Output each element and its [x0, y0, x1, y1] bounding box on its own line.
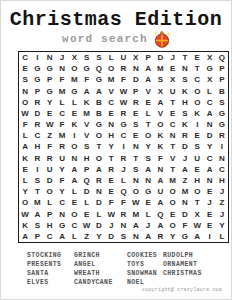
- letter-cell[interactable]: C: [31, 130, 43, 141]
- letter-cell[interactable]: P: [142, 52, 154, 63]
- letter-cell[interactable]: R: [154, 231, 166, 242]
- letter-cell[interactable]: O: [167, 220, 179, 231]
- letter-cell[interactable]: L: [68, 97, 80, 108]
- letter-cell[interactable]: S: [216, 97, 228, 108]
- letter-cell[interactable]: T: [179, 52, 191, 63]
- letter-cell[interactable]: E: [68, 197, 80, 208]
- letter-cell[interactable]: F: [56, 74, 68, 85]
- letter-cell[interactable]: C: [68, 220, 80, 231]
- letter-cell[interactable]: L: [68, 231, 80, 242]
- letter-cell[interactable]: N: [130, 175, 142, 186]
- letter-cell[interactable]: E: [105, 186, 117, 197]
- letter-cell[interactable]: W: [117, 86, 129, 97]
- letter-cell[interactable]: W: [130, 197, 142, 208]
- letter-cell[interactable]: X: [203, 74, 215, 85]
- letter-cell[interactable]: T: [167, 164, 179, 175]
- letter-cell[interactable]: O: [154, 119, 166, 130]
- letter-cell[interactable]: A: [154, 97, 166, 108]
- letter-cell[interactable]: E: [167, 63, 179, 74]
- letter-cell[interactable]: F: [80, 74, 92, 85]
- letter-cell[interactable]: T: [105, 153, 117, 164]
- letter-cell[interactable]: S: [93, 52, 105, 63]
- letter-cell[interactable]: S: [179, 108, 191, 119]
- letter-cell[interactable]: U: [191, 153, 203, 164]
- letter-cell[interactable]: V: [142, 86, 154, 97]
- letter-cell[interactable]: G: [93, 74, 105, 85]
- letter-cell[interactable]: F: [117, 74, 129, 85]
- letter-cell[interactable]: Y: [56, 164, 68, 175]
- letter-cell[interactable]: Q: [80, 175, 92, 186]
- letter-cell[interactable]: A: [142, 63, 154, 74]
- letter-cell[interactable]: A: [68, 175, 80, 186]
- letter-cell[interactable]: C: [117, 130, 129, 141]
- letter-cell[interactable]: N: [154, 164, 166, 175]
- letter-cell[interactable]: G: [44, 63, 56, 74]
- letter-cell[interactable]: Q: [154, 208, 166, 219]
- letter-cell[interactable]: S: [117, 231, 129, 242]
- letter-cell[interactable]: E: [167, 108, 179, 119]
- letter-cell[interactable]: A: [56, 231, 68, 242]
- letter-cell[interactable]: N: [68, 153, 80, 164]
- letter-cell[interactable]: R: [56, 141, 68, 152]
- letter-cell[interactable]: T: [142, 119, 154, 130]
- letter-cell[interactable]: J: [167, 52, 179, 63]
- letter-cell[interactable]: V: [167, 153, 179, 164]
- letter-cell[interactable]: U: [117, 52, 129, 63]
- letter-cell[interactable]: J: [203, 197, 215, 208]
- letter-cell[interactable]: O: [93, 130, 105, 141]
- letter-cell[interactable]: N: [130, 141, 142, 152]
- letter-cell[interactable]: P: [216, 63, 228, 74]
- letter-cell[interactable]: G: [31, 74, 43, 85]
- letter-cell[interactable]: T: [93, 141, 105, 152]
- letter-cell[interactable]: F: [19, 119, 31, 130]
- letter-cell[interactable]: R: [216, 130, 228, 141]
- letter-cell[interactable]: S: [179, 74, 191, 85]
- letter-cell[interactable]: H: [44, 220, 56, 231]
- letter-cell[interactable]: V: [154, 108, 166, 119]
- letter-cell[interactable]: R: [117, 153, 129, 164]
- letter-cell[interactable]: I: [203, 231, 215, 242]
- letter-cell[interactable]: H: [31, 141, 43, 152]
- letter-cell[interactable]: D: [179, 208, 191, 219]
- letter-cell[interactable]: A: [142, 74, 154, 85]
- letter-cell[interactable]: Q: [117, 186, 129, 197]
- letter-cell[interactable]: N: [179, 63, 191, 74]
- letter-cell[interactable]: F: [179, 220, 191, 231]
- letter-cell[interactable]: S: [31, 220, 43, 231]
- letter-cell[interactable]: F: [154, 153, 166, 164]
- letter-cell[interactable]: Q: [93, 63, 105, 74]
- letter-cell[interactable]: Z: [44, 130, 56, 141]
- ornament-icon: [154, 30, 170, 48]
- letter-cell[interactable]: T: [191, 197, 203, 208]
- letter-cell[interactable]: E: [191, 130, 203, 141]
- letter-cell[interactable]: J: [142, 220, 154, 231]
- letter-cell[interactable]: T: [167, 141, 179, 152]
- letter-cell[interactable]: E: [130, 130, 142, 141]
- letter-cell[interactable]: A: [154, 175, 166, 186]
- letter-cell[interactable]: I: [31, 164, 43, 175]
- letter-cell[interactable]: R: [31, 97, 43, 108]
- word-list-item: CANDYCANE: [74, 278, 113, 287]
- letter-cell[interactable]: S: [80, 141, 92, 152]
- letter-cell[interactable]: R: [130, 97, 142, 108]
- letter-cell[interactable]: I: [117, 141, 129, 152]
- letter-cell[interactable]: O: [68, 63, 80, 74]
- letter-cell[interactable]: H: [216, 175, 228, 186]
- letter-cell[interactable]: O: [93, 153, 105, 164]
- letter-cell[interactable]: E: [203, 186, 215, 197]
- letter-cell[interactable]: W: [191, 220, 203, 231]
- letter-cell[interactable]: Z: [216, 197, 228, 208]
- letter-cell[interactable]: E: [191, 164, 203, 175]
- letter-cell[interactable]: C: [216, 164, 228, 175]
- letter-cell[interactable]: I: [31, 52, 43, 63]
- letter-cell[interactable]: O: [167, 197, 179, 208]
- letter-cell[interactable]: R: [31, 119, 43, 130]
- letter-cell[interactable]: W: [19, 208, 31, 219]
- letter-cell[interactable]: K: [80, 97, 92, 108]
- letter-cell[interactable]: N: [216, 153, 228, 164]
- letter-cell[interactable]: E: [19, 63, 31, 74]
- letter-cell[interactable]: N: [130, 231, 142, 242]
- letter-cell[interactable]: R: [105, 164, 117, 175]
- letter-cell[interactable]: C: [56, 197, 68, 208]
- letter-cell[interactable]: D: [80, 186, 92, 197]
- letter-cell[interactable]: O: [19, 197, 31, 208]
- letter-cell[interactable]: E: [191, 52, 203, 63]
- letter-cell[interactable]: G: [80, 63, 92, 74]
- letter-cell[interactable]: U: [56, 153, 68, 164]
- letter-cell[interactable]: H: [80, 153, 92, 164]
- letter-cell[interactable]: L: [19, 130, 31, 141]
- letter-cell[interactable]: X: [167, 74, 179, 85]
- letter-cell[interactable]: G: [31, 63, 43, 74]
- letter-cell[interactable]: O: [191, 86, 203, 97]
- letter-cell[interactable]: P: [80, 164, 92, 175]
- letter-cell[interactable]: M: [31, 197, 43, 208]
- letter-cell[interactable]: N: [93, 186, 105, 197]
- letter-cell[interactable]: J: [105, 220, 117, 231]
- letter-cell[interactable]: E: [105, 108, 117, 119]
- letter-grid[interactable]: CINJXSSLUXPDJTEXQEGGNOGQORNAMENTGPSGPFMF…: [18, 51, 229, 243]
- letter-cell[interactable]: D: [203, 130, 215, 141]
- letter-cell[interactable]: P: [130, 86, 142, 97]
- letter-cell[interactable]: N: [203, 175, 215, 186]
- letter-cell[interactable]: N: [203, 119, 215, 130]
- word-list-column: STOCKINGPRESENTSSANTAELVES: [27, 251, 61, 287]
- letter-cell[interactable]: N: [19, 86, 31, 97]
- letter-cell[interactable]: N: [105, 119, 117, 130]
- letter-cell[interactable]: L: [117, 175, 129, 186]
- letter-cell[interactable]: A: [68, 164, 80, 175]
- letter-cell[interactable]: C: [203, 97, 215, 108]
- letter-cell[interactable]: V: [80, 119, 92, 130]
- letter-cell[interactable]: A: [93, 86, 105, 97]
- letter-cell[interactable]: X: [203, 52, 215, 63]
- letter-cell[interactable]: G: [117, 119, 129, 130]
- word-list-item: GRINCH: [74, 251, 113, 260]
- letter-cell[interactable]: M: [56, 130, 68, 141]
- letter-cell[interactable]: E: [142, 97, 154, 108]
- letter-cell[interactable]: J: [117, 164, 129, 175]
- letter-cell[interactable]: I: [216, 141, 228, 152]
- letter-cell[interactable]: A: [203, 164, 215, 175]
- letter-cell[interactable]: P: [44, 208, 56, 219]
- word-list-item: ORNAMENT: [163, 260, 202, 269]
- letter-cell[interactable]: L: [93, 208, 105, 219]
- letter-cell[interactable]: T: [31, 186, 43, 197]
- letter-cell[interactable]: E: [142, 197, 154, 208]
- letter-cell[interactable]: F: [117, 197, 129, 208]
- letter-cell[interactable]: D: [93, 197, 105, 208]
- letter-cell[interactable]: O: [167, 186, 179, 197]
- letter-cell[interactable]: G: [93, 119, 105, 130]
- letter-cell[interactable]: N: [56, 208, 68, 219]
- letter-cell[interactable]: V: [105, 86, 117, 97]
- letter-cell[interactable]: M: [105, 74, 117, 85]
- letter-cell[interactable]: O: [191, 186, 203, 197]
- letter-cell[interactable]: A: [154, 197, 166, 208]
- letter-cell[interactable]: G: [216, 108, 228, 119]
- letter-cell[interactable]: G: [216, 119, 228, 130]
- letter-cell[interactable]: N: [179, 197, 191, 208]
- letter-cell[interactable]: W: [44, 119, 56, 130]
- letter-cell[interactable]: E: [19, 164, 31, 175]
- letter-cell[interactable]: E: [44, 108, 56, 119]
- letter-cell[interactable]: E: [105, 175, 117, 186]
- letter-cell[interactable]: S: [31, 175, 43, 186]
- letter-cell[interactable]: R: [31, 153, 43, 164]
- letter-cell[interactable]: N: [142, 175, 154, 186]
- letter-cell[interactable]: A: [154, 220, 166, 231]
- letter-cell[interactable]: X: [130, 52, 142, 63]
- letter-cell[interactable]: C: [19, 52, 31, 63]
- letter-cell[interactable]: D: [93, 220, 105, 231]
- letter-cell[interactable]: Y: [93, 231, 105, 242]
- letter-cell[interactable]: K: [179, 86, 191, 97]
- letter-cell[interactable]: C: [56, 108, 68, 119]
- puzzle-page: Christmas Edition word search CINJXSSLUX…: [0, 0, 232, 300]
- letter-cell[interactable]: X: [191, 208, 203, 219]
- letter-cell[interactable]: S: [130, 164, 142, 175]
- letter-cell[interactable]: Y: [105, 141, 117, 152]
- letter-cell[interactable]: G: [68, 86, 80, 97]
- letter-cell[interactable]: R: [117, 108, 129, 119]
- letter-cell[interactable]: E: [203, 208, 215, 219]
- letter-cell[interactable]: N: [117, 220, 129, 231]
- letter-cell[interactable]: F: [56, 119, 68, 130]
- letter-cell[interactable]: R: [93, 175, 105, 186]
- letter-cell[interactable]: E: [68, 108, 80, 119]
- letter-cell[interactable]: P: [31, 231, 43, 242]
- letter-cell[interactable]: G: [142, 186, 154, 197]
- letter-cell[interactable]: C: [203, 153, 215, 164]
- letter-cell[interactable]: A: [31, 208, 43, 219]
- letter-cell[interactable]: F: [44, 141, 56, 152]
- letter-cell[interactable]: L: [216, 231, 228, 242]
- letter-cell[interactable]: A: [19, 141, 31, 152]
- word-list-item: SANTA: [27, 269, 61, 278]
- letter-cell[interactable]: O: [68, 141, 80, 152]
- letter-cell[interactable]: T: [130, 153, 142, 164]
- letter-cell[interactable]: L: [142, 108, 154, 119]
- letter-cell[interactable]: D: [105, 231, 117, 242]
- letter-cell[interactable]: P: [44, 74, 56, 85]
- letter-cell[interactable]: M: [56, 86, 68, 97]
- letter-cell[interactable]: B: [216, 86, 228, 97]
- letter-cell[interactable]: G: [56, 220, 68, 231]
- letter-cell[interactable]: M: [80, 108, 92, 119]
- letter-cell[interactable]: K: [191, 108, 203, 119]
- letter-cell[interactable]: K: [19, 220, 31, 231]
- letter-cell[interactable]: D: [130, 74, 142, 85]
- letter-cell[interactable]: W: [19, 108, 31, 119]
- letter-cell[interactable]: K: [154, 141, 166, 152]
- letter-cell[interactable]: D: [44, 175, 56, 186]
- letter-cell[interactable]: K: [19, 153, 31, 164]
- letter-cell[interactable]: K: [68, 119, 80, 130]
- letter-cell[interactable]: P: [31, 86, 43, 97]
- letter-cell[interactable]: S: [142, 153, 154, 164]
- letter-cell[interactable]: Q: [216, 52, 228, 63]
- letter-cell[interactable]: L: [142, 208, 154, 219]
- letter-cell[interactable]: N: [167, 130, 179, 141]
- letter-cell[interactable]: E: [80, 208, 92, 219]
- letter-cell[interactable]: A: [130, 220, 142, 231]
- letter-cell[interactable]: L: [105, 52, 117, 63]
- letter-cell[interactable]: K: [179, 119, 191, 130]
- letter-cell[interactable]: S: [19, 74, 31, 85]
- copyright-text: copyright@ crazylaura com: [142, 287, 222, 293]
- letter-cell[interactable]: C: [44, 231, 56, 242]
- letter-cell[interactable]: N: [44, 52, 56, 63]
- letter-cell[interactable]: D: [31, 108, 43, 119]
- letter-cell[interactable]: M: [179, 186, 191, 197]
- letter-cell[interactable]: G: [203, 63, 215, 74]
- letter-cell[interactable]: A: [179, 164, 191, 175]
- letter-cell[interactable]: I: [191, 119, 203, 130]
- letter-cell[interactable]: J: [179, 153, 191, 164]
- letter-cell[interactable]: Y: [142, 141, 154, 152]
- letter-cell[interactable]: Y: [167, 231, 179, 242]
- letter-cell[interactable]: R: [44, 153, 56, 164]
- letter-cell[interactable]: L: [68, 186, 80, 197]
- letter-cell[interactable]: M: [68, 74, 80, 85]
- letter-cell[interactable]: L: [80, 197, 92, 208]
- letter-cell[interactable]: E: [203, 220, 215, 231]
- letter-cell[interactable]: L: [56, 97, 68, 108]
- letter-cell[interactable]: D: [154, 52, 166, 63]
- letter-cell[interactable]: D: [179, 141, 191, 152]
- letter-cell[interactable]: O: [191, 97, 203, 108]
- letter-cell[interactable]: J: [56, 52, 68, 63]
- letter-cell[interactable]: E: [167, 208, 179, 219]
- letter-cell[interactable]: X: [154, 86, 166, 97]
- letter-cell[interactable]: Y: [56, 186, 68, 197]
- letter-cell[interactable]: T: [167, 97, 179, 108]
- letter-cell[interactable]: L: [44, 197, 56, 208]
- letter-cell[interactable]: W: [80, 220, 92, 231]
- letter-cell[interactable]: I: [68, 130, 80, 141]
- letter-cell[interactable]: Y: [44, 97, 56, 108]
- letter-cell[interactable]: C: [191, 74, 203, 85]
- subtitle-row: word search: [1, 30, 231, 48]
- letter-cell[interactable]: R: [117, 208, 129, 219]
- letter-cell[interactable]: S: [80, 52, 92, 63]
- letter-cell[interactable]: N: [56, 63, 68, 74]
- letter-cell[interactable]: G: [179, 231, 191, 242]
- letter-cell[interactable]: B: [93, 108, 105, 119]
- letter-cell[interactable]: A: [19, 231, 31, 242]
- letter-cell[interactable]: S: [191, 141, 203, 152]
- letter-cell[interactable]: B: [93, 97, 105, 108]
- letter-cell[interactable]: S: [154, 74, 166, 85]
- letter-cell[interactable]: R: [179, 130, 191, 141]
- word-list-column: COOKIESTOYSSNOWMANNOEL: [127, 251, 157, 287]
- letter-cell[interactable]: U: [154, 186, 166, 197]
- letter-cell[interactable]: O: [19, 97, 31, 108]
- letter-cell[interactable]: O: [105, 63, 117, 74]
- letter-cell[interactable]: H: [191, 175, 203, 186]
- letter-cell[interactable]: M: [154, 63, 166, 74]
- letter-cell[interactable]: W: [117, 97, 129, 108]
- letter-cell[interactable]: K: [154, 130, 166, 141]
- letter-cell[interactable]: E: [130, 108, 142, 119]
- letter-cell[interactable]: J: [216, 186, 228, 197]
- letter-cell[interactable]: A: [191, 231, 203, 242]
- letter-cell[interactable]: W: [105, 208, 117, 219]
- letter-cell[interactable]: Z: [179, 175, 191, 186]
- letter-cell[interactable]: U: [44, 164, 56, 175]
- letter-cell[interactable]: Z: [80, 231, 92, 242]
- letter-cell[interactable]: O: [130, 186, 142, 197]
- letter-cell[interactable]: O: [142, 130, 154, 141]
- letter-cell[interactable]: A: [93, 164, 105, 175]
- letter-cell[interactable]: O: [44, 186, 56, 197]
- letter-cell[interactable]: C: [167, 119, 179, 130]
- letter-cell[interactable]: X: [68, 52, 80, 63]
- letter-cell[interactable]: A: [142, 231, 154, 242]
- letter-cell[interactable]: P: [216, 74, 228, 85]
- letter-cell[interactable]: N: [130, 63, 142, 74]
- letter-cell[interactable]: A: [142, 164, 154, 175]
- letter-cell[interactable]: V: [80, 130, 92, 141]
- letter-cell[interactable]: F: [105, 197, 117, 208]
- letter-cell[interactable]: Y: [19, 186, 31, 197]
- letter-cell[interactable]: G: [44, 86, 56, 97]
- letter-cell[interactable]: O: [68, 208, 80, 219]
- letter-cell[interactable]: A: [80, 86, 92, 97]
- letter-cell[interactable]: Y: [203, 141, 215, 152]
- letter-cell[interactable]: T: [191, 63, 203, 74]
- letter-cell[interactable]: M: [167, 175, 179, 186]
- letter-cell[interactable]: F: [56, 175, 68, 186]
- letter-cell[interactable]: A: [203, 108, 215, 119]
- letter-cell[interactable]: L: [19, 175, 31, 186]
- letter-cell[interactable]: M: [130, 208, 142, 219]
- letter-cell[interactable]: L: [203, 86, 215, 97]
- letter-cell[interactable]: H: [179, 97, 191, 108]
- letter-cell[interactable]: R: [117, 63, 129, 74]
- letter-cell[interactable]: C: [105, 97, 117, 108]
- letter-cell[interactable]: J: [216, 208, 228, 219]
- letter-cell[interactable]: H: [105, 130, 117, 141]
- letter-cell[interactable]: S: [130, 119, 142, 130]
- letter-cell[interactable]: Y: [216, 220, 228, 231]
- letter-cell[interactable]: U: [167, 86, 179, 97]
